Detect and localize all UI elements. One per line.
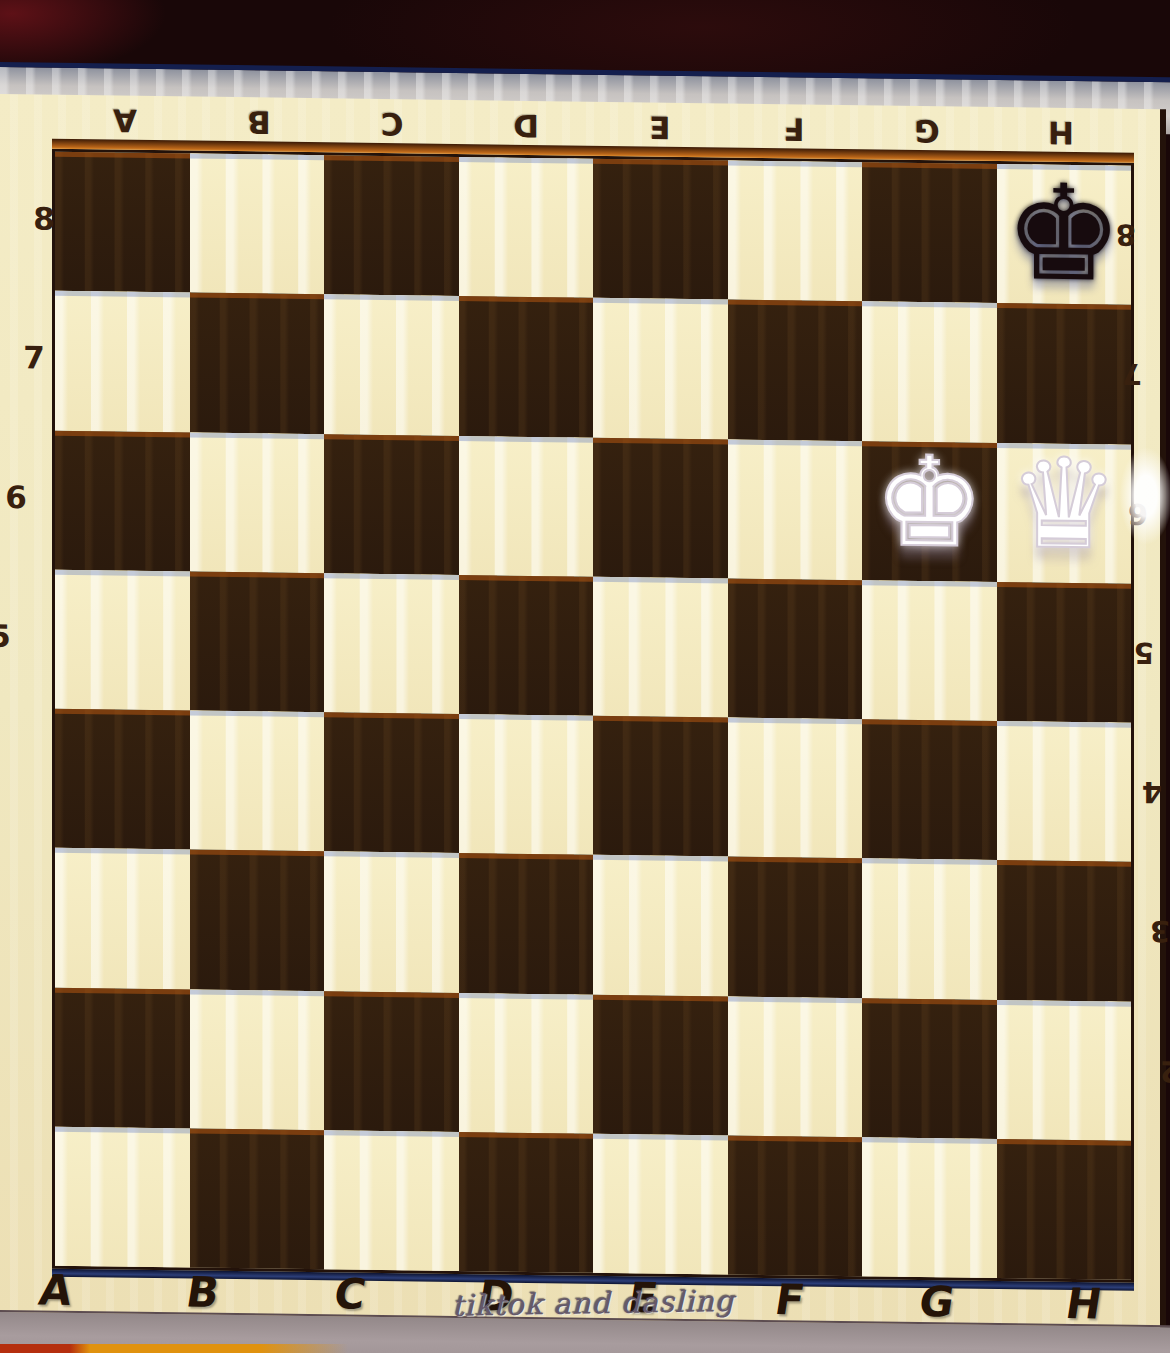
square-f5[interactable] <box>728 578 863 719</box>
rank-label-right-2: 2 <box>1152 1051 1170 1091</box>
square-g6[interactable]: ♚ <box>862 441 997 582</box>
square-g8[interactable] <box>862 162 997 303</box>
square-h3[interactable] <box>997 860 1132 1001</box>
square-f2[interactable] <box>728 996 863 1137</box>
square-e5[interactable] <box>593 577 728 718</box>
square-h6[interactable]: ♛ <box>997 443 1132 584</box>
square-b7[interactable] <box>190 293 325 434</box>
square-c7[interactable] <box>324 294 459 435</box>
square-d1[interactable] <box>459 1132 594 1273</box>
square-g7[interactable] <box>862 302 997 443</box>
square-f1[interactable] <box>728 1135 863 1276</box>
rank-label-left-8: 8 <box>26 198 62 238</box>
square-h5[interactable] <box>997 582 1132 723</box>
square-e1[interactable] <box>593 1134 728 1275</box>
bottom-left-accent <box>0 1344 348 1353</box>
square-a5[interactable] <box>55 569 190 710</box>
square-h7[interactable] <box>997 303 1132 444</box>
rank-label-right-1: 1 <box>1162 1190 1170 1230</box>
square-g3[interactable] <box>862 859 997 1000</box>
square-e2[interactable] <box>593 994 728 1135</box>
file-label-top-H: H <box>1031 109 1091 156</box>
file-label-bottom-A: A <box>17 1266 94 1313</box>
rank-label-left-7: 7 <box>16 337 52 377</box>
square-h2[interactable] <box>997 1000 1132 1141</box>
square-b5[interactable] <box>190 571 325 712</box>
square-d5[interactable] <box>459 575 594 716</box>
queen-highlight-bloom <box>1120 448 1170 544</box>
file-label-bottom-B: B <box>164 1268 241 1315</box>
file-label-bottom-C: C <box>311 1270 388 1317</box>
piece-white-king[interactable]: ♚ <box>874 440 985 565</box>
piece-black-king[interactable]: ♚ <box>1005 166 1123 300</box>
video-frame: ♚♚♛ ABCDEFGHABCDEFGH8765432187654321 tik… <box>0 0 1170 1353</box>
square-h1[interactable] <box>997 1139 1132 1280</box>
file-label-top-F: F <box>764 106 824 153</box>
rank-label-left-4: 4 <box>0 755 2 795</box>
rank-label-left-5: 5 <box>0 616 18 656</box>
square-h8[interactable]: ♚ <box>997 164 1132 305</box>
square-c4[interactable] <box>324 712 459 853</box>
play-area: ♚♚♛ <box>52 149 1134 1283</box>
file-label-bottom-G: G <box>898 1278 975 1325</box>
rank-label-right-7: 7 <box>1114 354 1150 394</box>
square-f3[interactable] <box>728 857 863 998</box>
square-c2[interactable] <box>324 991 459 1132</box>
rank-label-right-4: 4 <box>1134 772 1170 812</box>
square-h4[interactable] <box>997 721 1132 862</box>
file-label-top-D: D <box>496 102 556 149</box>
square-g2[interactable] <box>862 998 997 1139</box>
square-a7[interactable] <box>55 291 190 432</box>
square-f4[interactable] <box>728 718 863 859</box>
square-a2[interactable] <box>55 987 190 1128</box>
watermark-text: tiktok and dasling <box>452 1283 783 1323</box>
square-a1[interactable] <box>55 1126 190 1267</box>
square-c5[interactable] <box>324 573 459 714</box>
square-g5[interactable] <box>862 580 997 721</box>
square-b6[interactable] <box>190 432 325 573</box>
square-c1[interactable] <box>324 1130 459 1271</box>
square-e3[interactable] <box>593 855 728 996</box>
square-a3[interactable] <box>55 848 190 989</box>
square-c8[interactable] <box>324 155 459 296</box>
square-d3[interactable] <box>459 853 594 994</box>
square-a8[interactable] <box>55 152 190 293</box>
square-b3[interactable] <box>190 850 325 991</box>
square-b2[interactable] <box>190 989 325 1130</box>
square-f6[interactable] <box>728 439 863 580</box>
rank-label-right-5: 5 <box>1126 632 1162 672</box>
square-g4[interactable] <box>862 719 997 860</box>
square-b1[interactable] <box>190 1128 325 1269</box>
chessboard-frame: ♚♚♛ ABCDEFGHABCDEFGH8765432187654321 <box>0 94 1166 1331</box>
square-f8[interactable] <box>728 161 863 302</box>
square-d4[interactable] <box>459 714 594 855</box>
square-e7[interactable] <box>593 298 728 439</box>
square-g1[interactable] <box>862 1137 997 1278</box>
piece-white-queen[interactable]: ♛ <box>1008 441 1119 566</box>
square-e6[interactable] <box>593 437 728 578</box>
file-label-top-E: E <box>630 104 690 151</box>
square-f7[interactable] <box>728 300 863 441</box>
rank-label-left-6: 6 <box>0 476 34 516</box>
square-d7[interactable] <box>459 296 594 437</box>
square-b8[interactable] <box>190 153 325 294</box>
square-b4[interactable] <box>190 710 325 851</box>
square-d6[interactable] <box>459 436 594 577</box>
file-label-bottom-H: H <box>1045 1280 1122 1327</box>
file-label-top-G: G <box>897 108 957 155</box>
rank-label-right-3: 3 <box>1142 911 1170 951</box>
square-c3[interactable] <box>324 851 459 992</box>
square-c6[interactable] <box>324 434 459 575</box>
square-e4[interactable] <box>593 716 728 857</box>
file-label-top-C: C <box>362 101 422 148</box>
square-d2[interactable] <box>459 993 594 1134</box>
square-a6[interactable] <box>55 430 190 571</box>
square-a4[interactable] <box>55 709 190 850</box>
file-label-top-A: A <box>95 97 155 144</box>
board-tilt-wrapper: ♚♚♛ ABCDEFGHABCDEFGH8765432187654321 <box>0 0 1170 1353</box>
square-e8[interactable] <box>593 159 728 300</box>
square-d8[interactable] <box>459 157 594 298</box>
file-label-top-B: B <box>229 99 289 146</box>
